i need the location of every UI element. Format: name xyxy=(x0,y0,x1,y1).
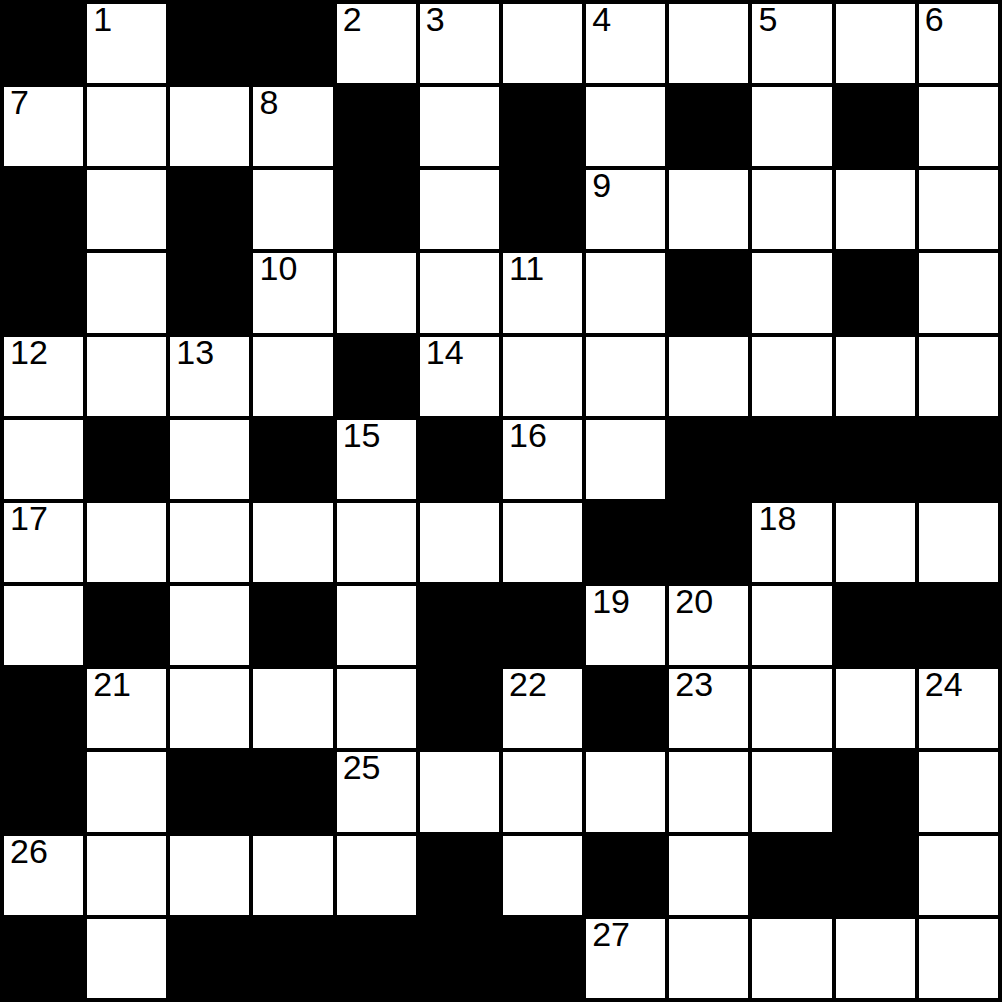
white-cell-r2c8[interactable] xyxy=(667,168,750,251)
black-cell-r5c1 xyxy=(85,418,168,501)
white-cell-r6c5[interactable] xyxy=(418,501,501,584)
crossword-board: 1234567891011121314151617181920212223242… xyxy=(0,0,1002,1002)
white-cell-r5c7[interactable] xyxy=(584,418,667,501)
white-cell-r10c4[interactable] xyxy=(335,834,418,917)
white-cell-r2c7[interactable]: 9 xyxy=(584,168,667,251)
black-cell-r10c9 xyxy=(750,834,833,917)
white-cell-r1c1[interactable] xyxy=(85,85,168,168)
white-cell-r6c11[interactable] xyxy=(917,501,1000,584)
black-cell-r7c1 xyxy=(85,584,168,667)
white-cell-r6c2[interactable] xyxy=(168,501,251,584)
white-cell-r3c4[interactable] xyxy=(335,251,418,334)
white-cell-r9c5[interactable] xyxy=(418,750,501,833)
white-cell-r11c10[interactable] xyxy=(834,917,917,1000)
white-cell-r4c6[interactable] xyxy=(501,335,584,418)
black-cell-r3c10 xyxy=(834,251,917,334)
clue-number-3: 3 xyxy=(426,0,445,39)
white-cell-r10c3[interactable] xyxy=(251,834,334,917)
white-cell-r11c8[interactable] xyxy=(667,917,750,1000)
white-cell-r1c3[interactable]: 8 xyxy=(251,85,334,168)
white-cell-r3c5[interactable] xyxy=(418,251,501,334)
white-cell-r5c2[interactable] xyxy=(168,418,251,501)
white-cell-r7c0[interactable] xyxy=(2,584,85,667)
white-cell-r10c2[interactable] xyxy=(168,834,251,917)
black-cell-r1c4 xyxy=(335,85,418,168)
white-cell-r11c1[interactable] xyxy=(85,917,168,1000)
white-cell-r6c3[interactable] xyxy=(251,501,334,584)
white-cell-r6c10[interactable] xyxy=(834,501,917,584)
white-cell-r7c2[interactable] xyxy=(168,584,251,667)
white-cell-r10c1[interactable] xyxy=(85,834,168,917)
white-cell-r7c4[interactable] xyxy=(335,584,418,667)
black-cell-r0c0 xyxy=(2,2,85,85)
white-cell-r8c8[interactable]: 23 xyxy=(667,667,750,750)
black-cell-r5c3 xyxy=(251,418,334,501)
clue-number-27: 27 xyxy=(592,915,630,954)
white-cell-r8c1[interactable]: 21 xyxy=(85,667,168,750)
white-cell-r0c7[interactable]: 4 xyxy=(584,2,667,85)
white-cell-r3c7[interactable] xyxy=(584,251,667,334)
white-cell-r4c3[interactable] xyxy=(251,335,334,418)
black-cell-r3c0 xyxy=(2,251,85,334)
black-cell-r11c4 xyxy=(335,917,418,1000)
clue-number-12: 12 xyxy=(10,333,48,372)
clue-number-17: 17 xyxy=(10,499,48,538)
white-cell-r0c1[interactable]: 1 xyxy=(85,2,168,85)
black-cell-r5c8 xyxy=(667,418,750,501)
white-cell-r2c11[interactable] xyxy=(917,168,1000,251)
white-cell-r4c11[interactable] xyxy=(917,335,1000,418)
white-cell-r4c7[interactable] xyxy=(584,335,667,418)
clue-number-8: 8 xyxy=(259,83,278,122)
white-cell-r9c9[interactable] xyxy=(750,750,833,833)
white-cell-r2c9[interactable] xyxy=(750,168,833,251)
black-cell-r7c3 xyxy=(251,584,334,667)
white-cell-r8c9[interactable] xyxy=(750,667,833,750)
white-cell-r1c11[interactable] xyxy=(917,85,1000,168)
clue-number-9: 9 xyxy=(592,166,611,205)
white-cell-r8c2[interactable] xyxy=(168,667,251,750)
white-cell-r11c9[interactable] xyxy=(750,917,833,1000)
black-cell-r11c3 xyxy=(251,917,334,1000)
black-cell-r11c6 xyxy=(501,917,584,1000)
white-cell-r5c0[interactable] xyxy=(2,418,85,501)
white-cell-r11c11[interactable] xyxy=(917,917,1000,1000)
white-cell-r6c4[interactable] xyxy=(335,501,418,584)
black-cell-r8c5 xyxy=(418,667,501,750)
white-cell-r1c5[interactable] xyxy=(418,85,501,168)
black-cell-r9c3 xyxy=(251,750,334,833)
black-cell-r5c5 xyxy=(418,418,501,501)
clue-number-24: 24 xyxy=(925,665,963,704)
white-cell-r4c10[interactable] xyxy=(834,335,917,418)
white-cell-r6c6[interactable] xyxy=(501,501,584,584)
black-cell-r6c7 xyxy=(584,501,667,584)
black-cell-r1c10 xyxy=(834,85,917,168)
clue-number-15: 15 xyxy=(343,416,381,455)
white-cell-r1c0[interactable]: 7 xyxy=(2,85,85,168)
black-cell-r9c10 xyxy=(834,750,917,833)
clue-number-25: 25 xyxy=(343,748,381,787)
clue-number-23: 23 xyxy=(675,665,713,704)
white-cell-r0c5[interactable]: 3 xyxy=(418,2,501,85)
white-cell-r7c9[interactable] xyxy=(750,584,833,667)
white-cell-r11c7[interactable]: 27 xyxy=(584,917,667,1000)
black-cell-r10c7 xyxy=(584,834,667,917)
white-cell-r8c6[interactable]: 22 xyxy=(501,667,584,750)
white-cell-r3c1[interactable] xyxy=(85,251,168,334)
clue-number-18: 18 xyxy=(758,499,796,538)
black-cell-r0c3 xyxy=(251,2,334,85)
white-cell-r1c7[interactable] xyxy=(584,85,667,168)
clue-number-7: 7 xyxy=(10,83,29,122)
black-cell-r1c6 xyxy=(501,85,584,168)
white-cell-r9c1[interactable] xyxy=(85,750,168,833)
clue-number-21: 21 xyxy=(93,665,131,704)
crossword-puzzle: 1234567891011121314151617181920212223242… xyxy=(0,0,1002,1002)
white-cell-r2c3[interactable] xyxy=(251,168,334,251)
white-cell-r4c2[interactable]: 13 xyxy=(168,335,251,418)
white-cell-r1c9[interactable] xyxy=(750,85,833,168)
black-cell-r2c0 xyxy=(2,168,85,251)
black-cell-r7c11 xyxy=(917,584,1000,667)
white-cell-r4c8[interactable] xyxy=(667,335,750,418)
black-cell-r6c8 xyxy=(667,501,750,584)
black-cell-r2c6 xyxy=(501,168,584,251)
white-cell-r7c7[interactable]: 19 xyxy=(584,584,667,667)
clue-number-2: 2 xyxy=(343,0,362,39)
black-cell-r3c8 xyxy=(667,251,750,334)
white-cell-r5c4[interactable]: 15 xyxy=(335,418,418,501)
white-cell-r0c4[interactable]: 2 xyxy=(335,2,418,85)
clue-number-20: 20 xyxy=(675,582,713,621)
white-cell-r5c6[interactable]: 16 xyxy=(501,418,584,501)
white-cell-r4c9[interactable] xyxy=(750,335,833,418)
white-cell-r10c6[interactable] xyxy=(501,834,584,917)
white-cell-r3c6[interactable]: 11 xyxy=(501,251,584,334)
white-cell-r10c8[interactable] xyxy=(667,834,750,917)
white-cell-r9c4[interactable]: 25 xyxy=(335,750,418,833)
clue-number-16: 16 xyxy=(509,416,547,455)
clue-number-5: 5 xyxy=(758,0,777,39)
white-cell-r8c11[interactable]: 24 xyxy=(917,667,1000,750)
white-cell-r3c3[interactable]: 10 xyxy=(251,251,334,334)
clue-number-4: 4 xyxy=(592,0,611,39)
white-cell-r9c11[interactable] xyxy=(917,750,1000,833)
black-cell-r11c5 xyxy=(418,917,501,1000)
white-cell-r7c8[interactable]: 20 xyxy=(667,584,750,667)
white-cell-r8c4[interactable] xyxy=(335,667,418,750)
black-cell-r7c5 xyxy=(418,584,501,667)
black-cell-r5c10 xyxy=(834,418,917,501)
white-cell-r2c10[interactable] xyxy=(834,168,917,251)
white-cell-r10c11[interactable] xyxy=(917,834,1000,917)
clue-number-6: 6 xyxy=(925,0,944,39)
black-cell-r3c2 xyxy=(168,251,251,334)
black-cell-r1c8 xyxy=(667,85,750,168)
clue-number-10: 10 xyxy=(259,249,297,288)
black-cell-r4c4 xyxy=(335,335,418,418)
black-cell-r8c7 xyxy=(584,667,667,750)
white-cell-r9c7[interactable] xyxy=(584,750,667,833)
black-cell-r0c2 xyxy=(168,2,251,85)
white-cell-r0c10[interactable] xyxy=(834,2,917,85)
white-cell-r1c2[interactable] xyxy=(168,85,251,168)
black-cell-r10c5 xyxy=(418,834,501,917)
white-cell-r9c6[interactable] xyxy=(501,750,584,833)
white-cell-r0c11[interactable]: 6 xyxy=(917,2,1000,85)
black-cell-r11c0 xyxy=(2,917,85,1000)
black-cell-r2c2 xyxy=(168,168,251,251)
white-cell-r6c9[interactable]: 18 xyxy=(750,501,833,584)
white-cell-r4c1[interactable] xyxy=(85,335,168,418)
white-cell-r2c5[interactable] xyxy=(418,168,501,251)
black-cell-r10c10 xyxy=(834,834,917,917)
black-cell-r5c9 xyxy=(750,418,833,501)
black-cell-r8c0 xyxy=(2,667,85,750)
black-cell-r2c4 xyxy=(335,168,418,251)
white-cell-r0c9[interactable]: 5 xyxy=(750,2,833,85)
black-cell-r7c10 xyxy=(834,584,917,667)
clue-number-22: 22 xyxy=(509,665,547,704)
white-cell-r0c6[interactable] xyxy=(501,2,584,85)
clue-number-26: 26 xyxy=(10,832,48,871)
white-cell-r4c0[interactable]: 12 xyxy=(2,335,85,418)
clue-number-14: 14 xyxy=(426,333,464,372)
black-cell-r9c0 xyxy=(2,750,85,833)
white-cell-r4c5[interactable]: 14 xyxy=(418,335,501,418)
white-cell-r3c11[interactable] xyxy=(917,251,1000,334)
white-cell-r6c0[interactable]: 17 xyxy=(2,501,85,584)
white-cell-r8c3[interactable] xyxy=(251,667,334,750)
clue-number-13: 13 xyxy=(176,333,214,372)
white-cell-r9c8[interactable] xyxy=(667,750,750,833)
black-cell-r5c11 xyxy=(917,418,1000,501)
white-cell-r8c10[interactable] xyxy=(834,667,917,750)
clue-number-1: 1 xyxy=(93,0,112,39)
white-cell-r2c1[interactable] xyxy=(85,168,168,251)
white-cell-r0c8[interactable] xyxy=(667,2,750,85)
black-cell-r9c2 xyxy=(168,750,251,833)
white-cell-r6c1[interactable] xyxy=(85,501,168,584)
clue-number-11: 11 xyxy=(509,249,544,288)
clue-number-19: 19 xyxy=(592,582,630,621)
white-cell-r10c0[interactable]: 26 xyxy=(2,834,85,917)
white-cell-r3c9[interactable] xyxy=(750,251,833,334)
black-cell-r11c2 xyxy=(168,917,251,1000)
black-cell-r7c6 xyxy=(501,584,584,667)
